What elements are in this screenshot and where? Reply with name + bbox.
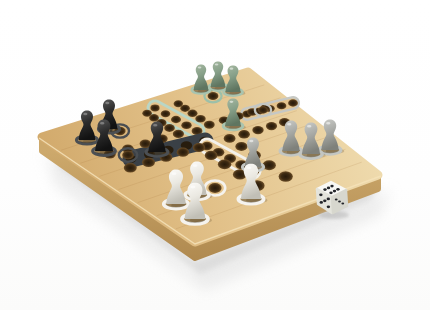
die-pip — [323, 188, 326, 191]
track-hole — [195, 115, 205, 123]
pawn-highlight — [83, 113, 87, 115]
track-hole — [238, 130, 250, 139]
track-hole — [142, 158, 155, 167]
pawn-body — [194, 64, 209, 90]
pawn-highlight — [153, 124, 157, 126]
pill-hole — [171, 116, 181, 123]
track-hole — [252, 126, 263, 134]
die-pip — [330, 185, 333, 188]
track-hole — [180, 105, 190, 112]
die-pip — [327, 198, 330, 201]
die-pip — [336, 188, 339, 191]
pawn-body — [211, 61, 226, 87]
pill-hole — [181, 121, 191, 129]
die-pip — [329, 191, 332, 194]
pawn-highlight — [230, 68, 234, 70]
track-hole — [218, 159, 231, 169]
track-hole — [235, 142, 247, 151]
product-photo-scene — [0, 0, 430, 310]
track-hole — [204, 121, 215, 129]
pawn-highlight — [172, 172, 177, 175]
ludo-board-photo — [0, 0, 430, 310]
track-hole — [124, 163, 137, 173]
pawn-highlight — [215, 63, 219, 65]
die-pip — [323, 199, 326, 202]
pawn-highlight — [190, 186, 195, 189]
track-hole — [164, 124, 175, 132]
pawn-highlight — [307, 125, 311, 128]
track-hole — [193, 143, 205, 152]
track-hole — [188, 110, 198, 117]
pill-hole — [150, 105, 159, 112]
track-hole — [266, 122, 277, 130]
pill-hole — [161, 110, 171, 117]
pawn-highlight — [249, 140, 253, 142]
pill-hole — [277, 102, 287, 109]
track-hole — [279, 171, 293, 182]
pawn-highlight — [193, 164, 198, 167]
die-pip — [335, 198, 338, 200]
pawn-highlight — [100, 122, 104, 125]
pawn-highlight — [326, 122, 330, 124]
track-hole — [205, 151, 218, 160]
die-pip — [338, 200, 341, 202]
pawn-highlight — [229, 101, 233, 103]
track-hole — [177, 148, 189, 157]
die-pip — [333, 190, 336, 193]
die-pip — [327, 187, 330, 190]
die-pip — [327, 205, 330, 208]
track-hole — [173, 130, 184, 138]
die-pip — [341, 202, 344, 204]
pawn-highlight — [246, 166, 251, 169]
die-pip — [320, 201, 323, 204]
die-pip — [319, 193, 322, 196]
pawn-green-2[interactable] — [192, 64, 213, 93]
pawn-highlight — [105, 102, 109, 104]
pill-hole — [288, 99, 298, 106]
track-hole — [224, 134, 236, 143]
pawn-highlight — [287, 123, 291, 125]
pawn-highlight — [198, 66, 202, 68]
